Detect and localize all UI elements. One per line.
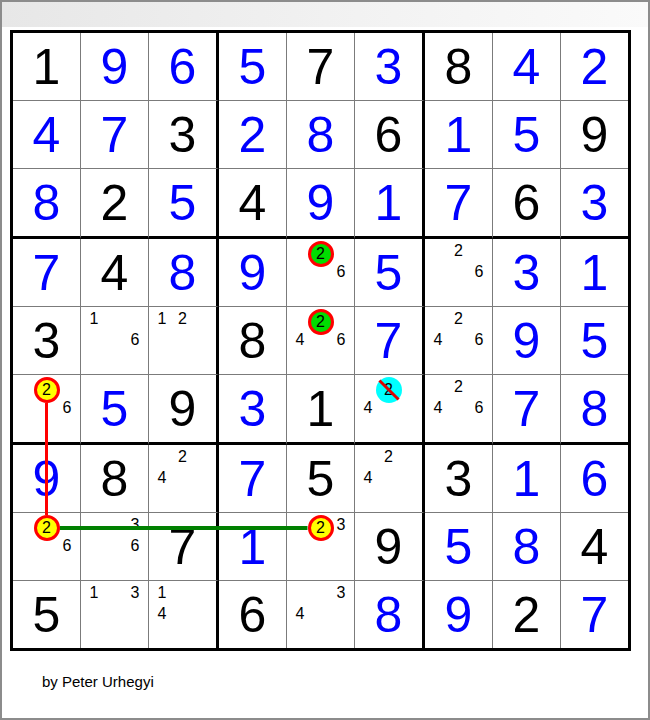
given-digit: 1	[13, 33, 80, 100]
candidate-4: 4	[154, 470, 170, 486]
candidate-2: 2	[175, 311, 191, 327]
cell-r1c3[interactable]: 6	[149, 33, 219, 101]
cell-r3c1[interactable]: 8	[13, 169, 81, 239]
cell-r1c9[interactable]: 2	[561, 33, 628, 101]
cell-r5c5[interactable]: 246	[287, 307, 355, 375]
elimination-strike	[378, 379, 399, 400]
given-digit: 7	[149, 513, 216, 580]
solved-digit: 3	[219, 375, 286, 442]
solved-digit: 8	[493, 513, 560, 580]
solved-digit: 9	[219, 239, 286, 306]
given-digit: 6	[355, 101, 422, 168]
solved-digit: 2	[219, 101, 286, 168]
cell-r3c4[interactable]: 4	[219, 169, 287, 239]
given-digit: 6	[219, 581, 286, 648]
cell-r1c2[interactable]: 9	[81, 33, 149, 101]
cell-r5c3[interactable]: 12	[149, 307, 219, 375]
cell-r7c2[interactable]: 8	[81, 445, 149, 513]
solved-digit: 7	[81, 101, 148, 168]
cell-r1c4[interactable]: 5	[219, 33, 287, 101]
candidate-2: 2	[381, 449, 397, 465]
given-digit: 4	[81, 239, 148, 306]
cell-r4c6[interactable]: 5	[355, 239, 425, 307]
candidate-4: 4	[430, 400, 446, 416]
cell-r7c4[interactable]: 7	[219, 445, 287, 513]
solved-digit: 1	[561, 239, 628, 306]
app-window: 1965738424732861598254917637489265263131…	[0, 0, 650, 720]
cell-r3c3[interactable]: 5	[149, 169, 219, 239]
cell-r7c6[interactable]: 24	[355, 445, 425, 513]
cell-r5c9[interactable]: 5	[561, 307, 628, 375]
cell-r1c6[interactable]: 3	[355, 33, 425, 101]
cell-r1c5[interactable]: 7	[287, 33, 355, 101]
cell-r2c7[interactable]: 1	[425, 101, 493, 169]
cell-r3c7[interactable]: 7	[425, 169, 493, 239]
candidate-4: 4	[154, 606, 170, 622]
caption: by Peter Urhegyi	[42, 673, 648, 690]
cyan-circle-mark: 2	[376, 377, 402, 403]
cell-r8c1[interactable]: 26	[13, 513, 81, 581]
cell-r4c2[interactable]: 4	[81, 239, 149, 307]
solved-digit: 4	[493, 33, 560, 100]
solved-digit: 1	[425, 101, 492, 168]
cell-r8c6[interactable]: 9	[355, 513, 425, 581]
solved-digit: 8	[561, 375, 628, 442]
cell-r3c9[interactable]: 3	[561, 169, 628, 239]
cell-r5c4[interactable]: 8	[219, 307, 287, 375]
cell-r7c1[interactable]: 9	[13, 445, 81, 513]
solved-digit: 5	[561, 307, 628, 374]
solved-digit: 9	[81, 33, 148, 100]
given-digit: 8	[81, 445, 148, 512]
solved-digit: 9	[493, 307, 560, 374]
solved-digit: 3	[355, 33, 422, 100]
cell-r9c1[interactable]: 5	[13, 581, 81, 648]
candidate-1: 1	[86, 585, 102, 601]
candidate-6: 6	[471, 264, 487, 280]
candidate-6: 6	[59, 538, 75, 554]
solved-digit: 5	[425, 513, 492, 580]
cell-r9c3[interactable]: 14	[149, 581, 219, 648]
given-digit: 2	[493, 581, 560, 648]
cell-r2c6[interactable]: 6	[355, 101, 425, 169]
cell-r1c7[interactable]: 8	[425, 33, 493, 101]
candidate-2: 2	[451, 311, 467, 327]
yellow-circle-mark: 2	[308, 515, 334, 541]
cell-r5c6[interactable]: 7	[355, 307, 425, 375]
cell-r5c1[interactable]: 3	[13, 307, 81, 375]
cell-r6c8[interactable]: 7	[493, 375, 561, 445]
given-digit: 5	[13, 581, 80, 648]
candidate-6: 6	[471, 332, 487, 348]
given-digit: 4	[219, 169, 286, 236]
cell-r8c9[interactable]: 4	[561, 513, 628, 581]
candidate-6: 6	[127, 538, 143, 554]
candidate-4: 4	[292, 332, 308, 348]
cell-r4c5[interactable]: 26	[287, 239, 355, 307]
given-digit: 1	[287, 375, 354, 442]
given-digit: 2	[81, 169, 148, 236]
solved-digit: 5	[355, 239, 422, 306]
cell-r6c2[interactable]: 5	[81, 375, 149, 445]
candidate-3: 3	[333, 517, 349, 533]
candidate-6: 6	[471, 400, 487, 416]
solved-digit: 1	[355, 169, 422, 236]
solved-digit: 8	[149, 239, 216, 306]
solved-digit: 8	[13, 169, 80, 236]
cell-r9c7[interactable]: 9	[425, 581, 493, 648]
candidate-6: 6	[333, 264, 349, 280]
solved-digit: 3	[493, 239, 560, 306]
given-digit: 9	[355, 513, 422, 580]
cell-r2c9[interactable]: 9	[561, 101, 628, 169]
candidate-2: 2	[175, 449, 191, 465]
candidate-1: 1	[86, 311, 102, 327]
given-digit: 7	[287, 33, 354, 100]
candidate-2: 2	[451, 379, 467, 395]
solved-digit: 3	[561, 169, 628, 236]
candidate-4: 4	[360, 470, 376, 486]
cell-r8c8[interactable]: 8	[493, 513, 561, 581]
cell-r7c8[interactable]: 1	[493, 445, 561, 513]
cell-r9c4[interactable]: 6	[219, 581, 287, 648]
given-digit: 9	[561, 101, 628, 168]
solved-digit: 7	[493, 375, 560, 442]
green-circle-mark: 2	[308, 309, 334, 335]
sudoku-board: 1965738424732861598254917637489265263131…	[10, 30, 631, 651]
given-digit: 5	[287, 445, 354, 512]
cell-r9c5[interactable]: 34	[287, 581, 355, 648]
yellow-circle-mark: 2	[34, 515, 60, 541]
cell-r1c1[interactable]: 1	[13, 33, 81, 101]
cell-r9c8[interactable]: 2	[493, 581, 561, 648]
cell-r4c8[interactable]: 3	[493, 239, 561, 307]
cell-r7c9[interactable]: 6	[561, 445, 628, 513]
cell-r6c7[interactable]: 246	[425, 375, 493, 445]
cell-r2c8[interactable]: 5	[493, 101, 561, 169]
solved-digit: 1	[219, 513, 286, 580]
cell-r4c1[interactable]: 7	[13, 239, 81, 307]
solved-digit: 6	[561, 445, 628, 512]
solved-digit: 8	[287, 101, 354, 168]
yellow-circle-mark: 2	[34, 377, 60, 403]
solved-digit: 5	[219, 33, 286, 100]
solved-digit: 9	[425, 581, 492, 648]
solved-digit: 9	[287, 169, 354, 236]
cell-r2c1[interactable]: 4	[13, 101, 81, 169]
cell-r6c5[interactable]: 1	[287, 375, 355, 445]
cell-r6c4[interactable]: 3	[219, 375, 287, 445]
cell-r7c3[interactable]: 24	[149, 445, 219, 513]
cell-r3c6[interactable]: 1	[355, 169, 425, 239]
green-circle-mark: 2	[308, 241, 334, 267]
cell-r7c5[interactable]: 5	[287, 445, 355, 513]
candidate-4: 4	[430, 332, 446, 348]
solved-digit: 7	[425, 169, 492, 236]
solved-digit: 9	[13, 445, 80, 512]
candidate-6: 6	[59, 400, 75, 416]
cell-r4c3[interactable]: 8	[149, 239, 219, 307]
cell-r3c8[interactable]: 6	[493, 169, 561, 239]
solved-digit: 4	[13, 101, 80, 168]
candidate-3: 3	[333, 585, 349, 601]
candidate-1: 1	[154, 585, 170, 601]
solved-digit: 7	[355, 307, 422, 374]
cell-r6c1[interactable]: 26	[13, 375, 81, 445]
cell-r9c6[interactable]: 8	[355, 581, 425, 648]
candidate-3: 3	[127, 585, 143, 601]
solved-digit: 6	[149, 33, 216, 100]
cell-r6c6[interactable]: 24	[355, 375, 425, 445]
candidate-3: 3	[127, 517, 143, 533]
cell-r2c3[interactable]: 3	[149, 101, 219, 169]
cell-r2c2[interactable]: 7	[81, 101, 149, 169]
cell-r8c7[interactable]: 5	[425, 513, 493, 581]
cell-r1c8[interactable]: 4	[493, 33, 561, 101]
solved-digit: 5	[81, 375, 148, 442]
cell-r7c7[interactable]: 3	[425, 445, 493, 513]
given-digit: 3	[149, 101, 216, 168]
candidate-4: 4	[292, 606, 308, 622]
cell-r4c9[interactable]: 1	[561, 239, 628, 307]
cell-r5c2[interactable]: 16	[81, 307, 149, 375]
candidate-4: 4	[360, 400, 376, 416]
given-digit: 6	[493, 169, 560, 236]
solved-digit: 7	[561, 581, 628, 648]
solved-digit: 5	[149, 169, 216, 236]
solved-digit: 2	[561, 33, 628, 100]
cell-r4c4[interactable]: 9	[219, 239, 287, 307]
cell-r3c5[interactable]: 9	[287, 169, 355, 239]
candidate-6: 6	[333, 332, 349, 348]
solved-digit: 5	[493, 101, 560, 168]
solved-digit: 7	[219, 445, 286, 512]
given-digit: 3	[425, 445, 492, 512]
cell-r9c9[interactable]: 7	[561, 581, 628, 648]
cell-r2c5[interactable]: 8	[287, 101, 355, 169]
cell-r8c2[interactable]: 36	[81, 513, 149, 581]
cell-r8c5[interactable]: 23	[287, 513, 355, 581]
given-digit: 4	[561, 513, 628, 580]
given-digit: 3	[13, 307, 80, 374]
content-area: 1965738424732861598254917637489265263131…	[2, 30, 648, 690]
cell-r2c4[interactable]: 2	[219, 101, 287, 169]
title-bar	[2, 2, 648, 27]
cell-r8c4[interactable]: 1	[219, 513, 287, 581]
given-digit: 8	[425, 33, 492, 100]
cell-r5c7[interactable]: 246	[425, 307, 493, 375]
cell-r6c9[interactable]: 8	[561, 375, 628, 445]
candidate-2: 2	[451, 243, 467, 259]
given-digit: 8	[219, 307, 286, 374]
candidate-1: 1	[154, 311, 170, 327]
cell-r8c3[interactable]: 7	[149, 513, 219, 581]
candidate-6: 6	[127, 332, 143, 348]
cell-r3c2[interactable]: 2	[81, 169, 149, 239]
solved-digit: 8	[355, 581, 422, 648]
given-digit: 9	[149, 375, 216, 442]
cell-r4c7[interactable]: 26	[425, 239, 493, 307]
cell-r6c3[interactable]: 9	[149, 375, 219, 445]
solved-digit: 1	[493, 445, 560, 512]
cell-r9c2[interactable]: 13	[81, 581, 149, 648]
cell-r5c8[interactable]: 9	[493, 307, 561, 375]
solved-digit: 7	[13, 239, 80, 306]
